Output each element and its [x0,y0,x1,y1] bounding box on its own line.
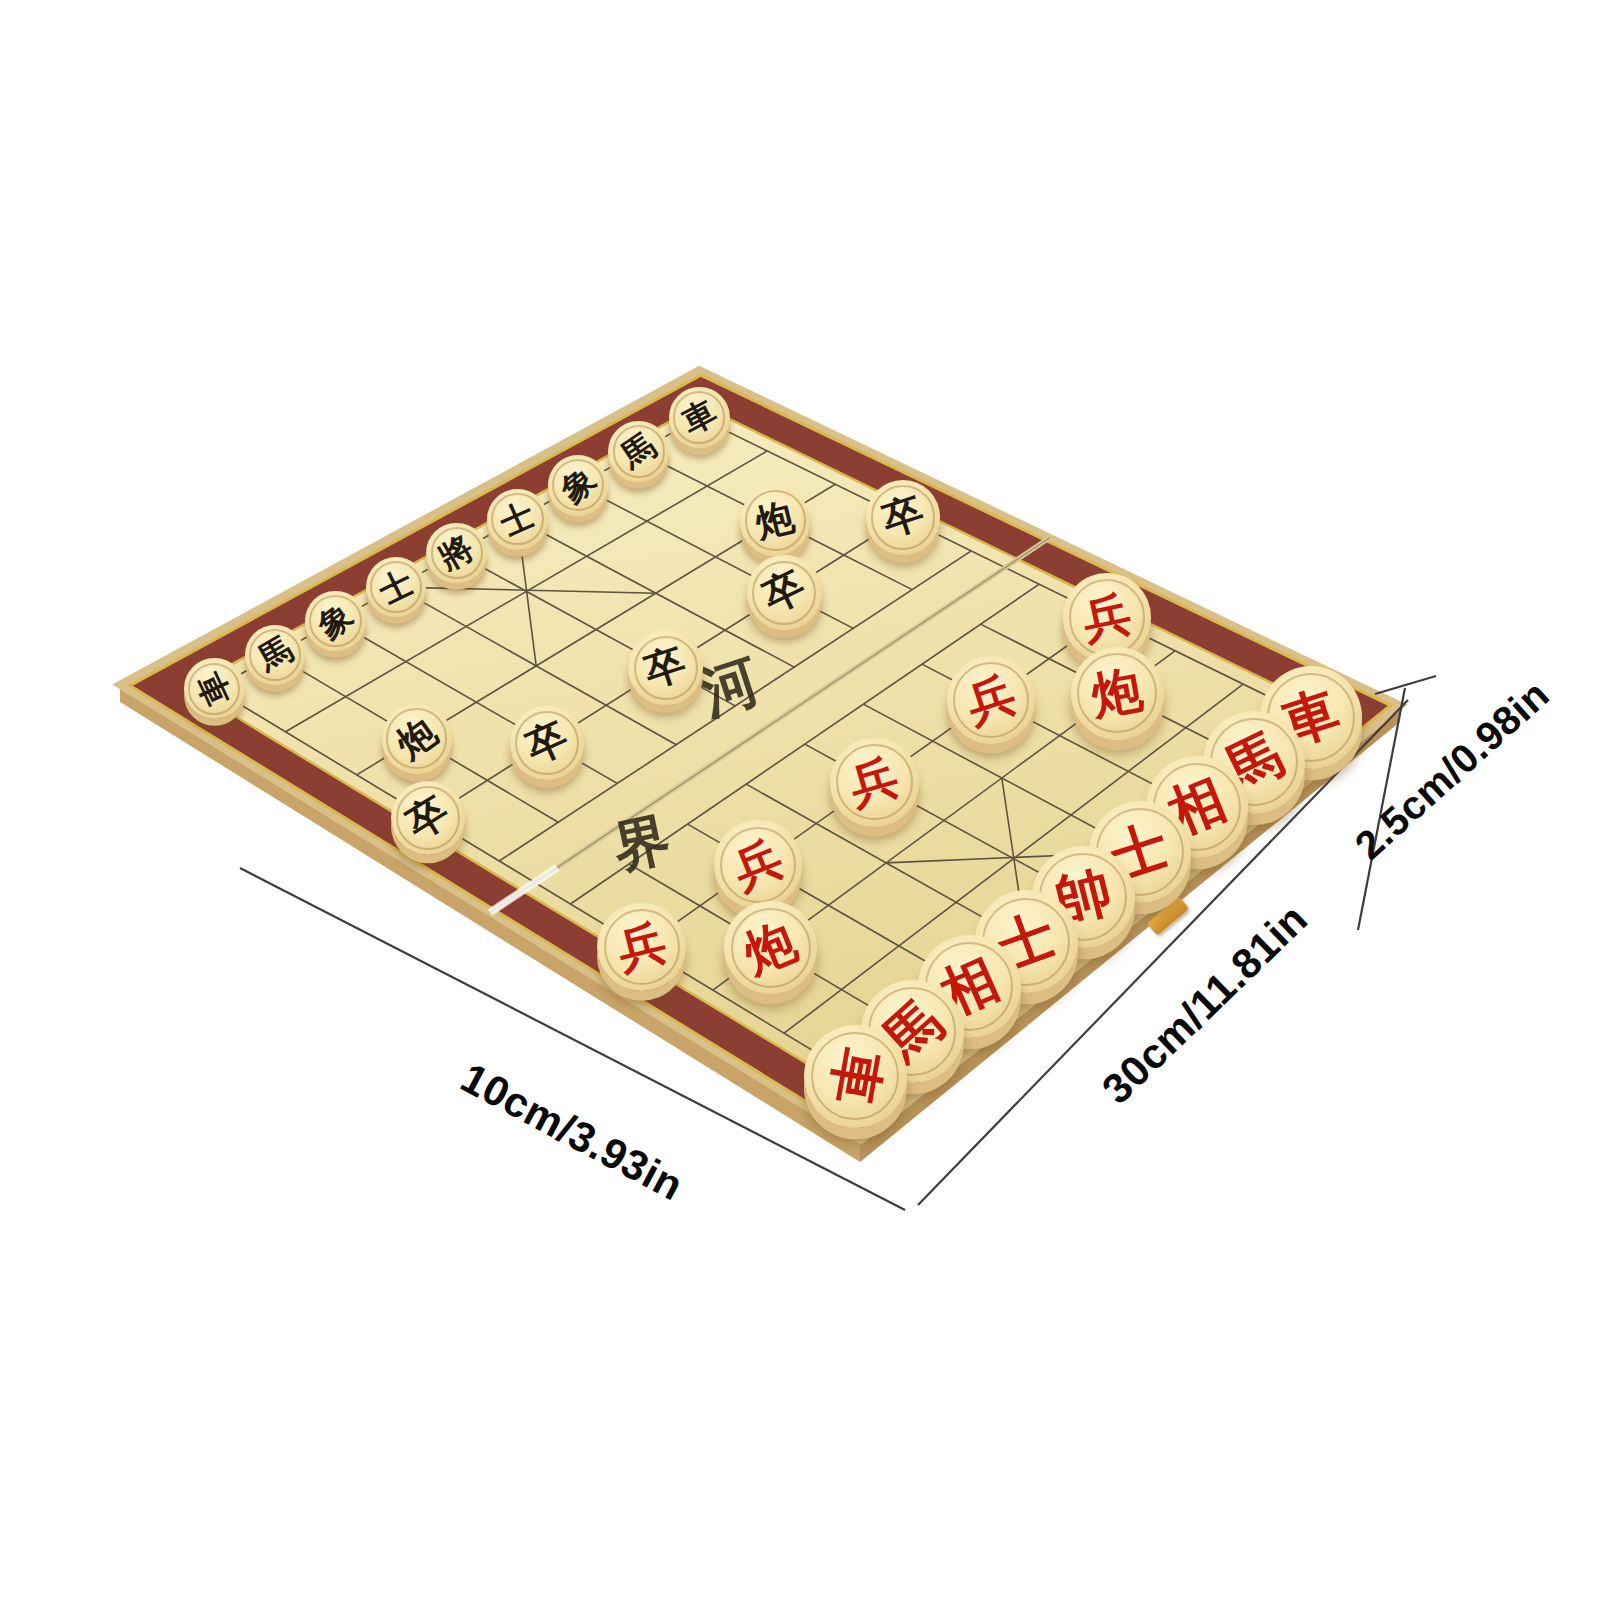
glyph-車: 車 [192,667,236,711]
piece-black-cannon[interactable]: 炮 [382,704,452,774]
glyph-炮: 炮 [390,712,443,765]
glyph-象: 象 [313,598,359,644]
glyph-車: 車 [677,395,721,439]
glyph-卒: 卒 [640,642,691,693]
piece-black-chariot[interactable]: 車 [669,387,730,448]
glyph-兵: 兵 [1079,589,1136,646]
piece-red-soldier[interactable]: 兵 [597,903,686,992]
piece-black-soldier[interactable]: 卒 [866,480,941,555]
glyph-卒: 卒 [878,492,929,543]
glyph-炮: 炮 [1088,664,1146,722]
glyph-士: 士 [374,565,418,609]
piece-black-general[interactable]: 將 [426,523,487,584]
xiangqi-board: 河界 [0,0,1601,1601]
product-photo-stage: 河界 車馬象士將士象馬車炮炮卒卒卒卒卒兵兵兵兵兵炮炮車馬相士帥士相馬車 2.5c… [0,0,1601,1601]
glyph-車: 車 [823,1044,887,1108]
piece-black-soldier[interactable]: 卒 [510,706,585,781]
glyph-炮: 炮 [738,915,803,980]
glyph-兵: 兵 [845,753,904,812]
piece-black-chariot[interactable]: 車 [184,658,245,719]
glyph-卒: 卒 [520,716,573,769]
glyph-馬: 馬 [616,429,662,475]
piece-black-elephant[interactable]: 象 [548,455,609,516]
piece-red-cannon[interactable]: 炮 [1071,647,1164,740]
piece-red-soldier[interactable]: 兵 [714,820,803,909]
glyph-馬: 馬 [253,632,298,677]
piece-black-elephant[interactable]: 象 [305,591,366,652]
piece-black-advisor[interactable]: 士 [487,489,548,550]
glyph-兵: 兵 [961,670,1021,730]
glyph-兵: 兵 [613,918,671,976]
piece-red-chariot[interactable]: 車 [804,1025,907,1128]
glyph-卒: 卒 [400,790,456,846]
piece-red-soldier[interactable]: 兵 [947,656,1036,745]
glyph-卒: 卒 [757,566,811,620]
piece-black-soldier[interactable]: 卒 [747,555,822,630]
glyph-象: 象 [555,462,601,508]
piece-red-cannon[interactable]: 炮 [724,901,817,994]
glyph-士: 士 [496,498,539,541]
piece-black-soldier[interactable]: 卒 [391,781,466,856]
piece-black-horse[interactable]: 馬 [245,625,306,686]
glyph-兵: 兵 [727,834,789,896]
piece-black-cannon[interactable]: 炮 [740,486,810,556]
piece-black-horse[interactable]: 馬 [608,421,669,482]
glyph-炮: 炮 [752,498,798,544]
piece-red-soldier[interactable]: 兵 [830,738,919,827]
piece-black-soldier[interactable]: 卒 [628,630,703,705]
glyph-將: 將 [434,531,479,576]
